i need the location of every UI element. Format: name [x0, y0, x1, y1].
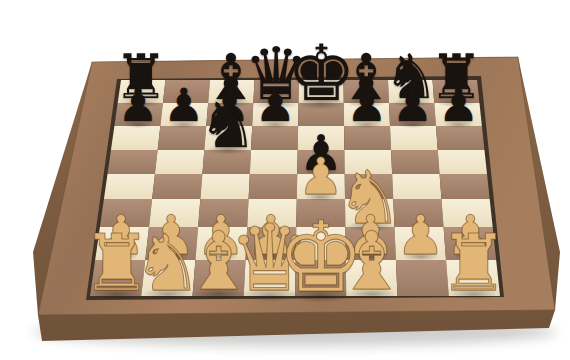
black-pawn-glyph: ♟	[117, 83, 158, 129]
piece-white-rook-h1[interactable]: ♜	[439, 224, 509, 302]
pieces-layer: ♜♝♛♚♝♞♜♟♟♟♟♟♟♟♞♟♟♞♟♟♟♟♟♟♟♜♞♝♛♚♝♜	[0, 0, 570, 360]
chessboard-photo: ♜♝♛♚♝♞♜♟♟♟♟♟♟♟♞♟♟♞♟♟♟♟♟♟♟♜♞♝♛♚♝♜ Wooden …	[0, 0, 570, 360]
white-rook-glyph: ♜	[439, 224, 509, 302]
piece-white-bishop-f1[interactable]: ♝	[336, 222, 408, 302]
piece-black-pawn-d7[interactable]: ♟	[255, 83, 296, 129]
black-knight-glyph: ♞	[198, 90, 257, 156]
white-bishop-glyph: ♝	[336, 222, 408, 302]
piece-black-pawn-f7[interactable]: ♟	[346, 83, 387, 129]
piece-black-pawn-a7[interactable]: ♟	[117, 83, 158, 129]
piece-black-pawn-g7[interactable]: ♟	[392, 83, 433, 129]
piece-black-knight-c6[interactable]: ♞	[198, 90, 257, 156]
black-pawn-glyph: ♟	[346, 83, 387, 129]
black-pawn-glyph: ♟	[255, 83, 296, 129]
piece-black-pawn-h7[interactable]: ♟	[438, 83, 479, 129]
black-pawn-glyph: ♟	[438, 83, 479, 129]
black-pawn-glyph: ♟	[392, 83, 433, 129]
